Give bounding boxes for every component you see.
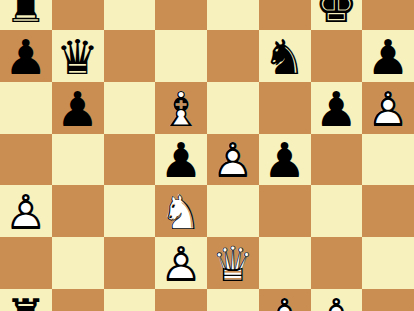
square-b7[interactable]: ♛ bbox=[52, 30, 104, 82]
black-queen-icon: ♛ bbox=[52, 31, 104, 83]
black-pawn-icon: ♟ bbox=[155, 135, 207, 187]
square-d7[interactable] bbox=[155, 30, 207, 82]
square-e4[interactable] bbox=[207, 185, 259, 237]
square-f8[interactable] bbox=[259, 0, 311, 30]
piece-black-pawn[interactable]: ♟ bbox=[52, 83, 104, 135]
square-e8[interactable] bbox=[207, 0, 259, 30]
piece-white-queen[interactable]: ♛♕ bbox=[207, 238, 259, 290]
square-f4[interactable] bbox=[259, 185, 311, 237]
white-pawn-outline-icon: ♙ bbox=[311, 290, 363, 311]
square-b4[interactable] bbox=[52, 185, 104, 237]
square-g5[interactable] bbox=[311, 134, 363, 186]
square-c2[interactable] bbox=[104, 289, 156, 311]
piece-white-knight[interactable]: ♞♘ bbox=[155, 186, 207, 238]
black-knight-icon: ♞ bbox=[259, 31, 311, 83]
square-g7[interactable] bbox=[311, 30, 363, 82]
square-b6[interactable]: ♟ bbox=[52, 82, 104, 134]
square-h2[interactable] bbox=[362, 289, 414, 311]
square-e3[interactable]: ♛♕ bbox=[207, 237, 259, 289]
piece-black-pawn[interactable]: ♟ bbox=[362, 31, 414, 83]
square-e5[interactable]: ♟♙ bbox=[207, 134, 259, 186]
square-g2[interactable]: ♟♙ bbox=[311, 289, 363, 311]
piece-black-knight[interactable]: ♞ bbox=[259, 31, 311, 83]
square-d5[interactable]: ♟ bbox=[155, 134, 207, 186]
square-f7[interactable]: ♞ bbox=[259, 30, 311, 82]
square-e7[interactable] bbox=[207, 30, 259, 82]
square-d2[interactable] bbox=[155, 289, 207, 311]
black-pawn-icon: ♟ bbox=[311, 83, 363, 135]
black-pawn-icon: ♟ bbox=[52, 83, 104, 135]
square-g6[interactable]: ♟ bbox=[311, 82, 363, 134]
piece-black-queen[interactable]: ♛ bbox=[52, 31, 104, 83]
square-h8[interactable] bbox=[362, 0, 414, 30]
piece-black-pawn[interactable]: ♟ bbox=[311, 83, 363, 135]
square-d3[interactable]: ♟♙ bbox=[155, 237, 207, 289]
square-a5[interactable] bbox=[0, 134, 52, 186]
square-h5[interactable] bbox=[362, 134, 414, 186]
square-c3[interactable] bbox=[104, 237, 156, 289]
piece-black-pawn[interactable]: ♟ bbox=[0, 31, 52, 83]
white-knight-outline-icon: ♘ bbox=[155, 186, 207, 238]
white-pawn-outline-icon: ♙ bbox=[0, 186, 52, 238]
square-f3[interactable] bbox=[259, 237, 311, 289]
black-rook-icon: ♜ bbox=[0, 0, 52, 31]
square-f6[interactable] bbox=[259, 82, 311, 134]
square-b3[interactable] bbox=[52, 237, 104, 289]
square-c5[interactable] bbox=[104, 134, 156, 186]
piece-white-pawn[interactable]: ♟♙ bbox=[259, 290, 311, 311]
piece-white-pawn[interactable]: ♟♙ bbox=[362, 83, 414, 135]
square-h6[interactable]: ♟♙ bbox=[362, 82, 414, 134]
white-pawn-outline-icon: ♙ bbox=[207, 135, 259, 187]
square-h7[interactable]: ♟ bbox=[362, 30, 414, 82]
piece-black-rook[interactable]: ♜ bbox=[0, 290, 52, 311]
piece-black-rook[interactable]: ♜ bbox=[0, 0, 52, 31]
square-c4[interactable] bbox=[104, 185, 156, 237]
white-queen-outline-icon: ♕ bbox=[207, 238, 259, 290]
square-c6[interactable] bbox=[104, 82, 156, 134]
square-e2[interactable] bbox=[207, 289, 259, 311]
piece-black-king[interactable]: ♚ bbox=[311, 0, 363, 31]
black-pawn-icon: ♟ bbox=[362, 31, 414, 83]
chessboard-screenshot-crop: ♜♚♟♛♞♟♟♝♗♟♟♙♟♟♙♟♟♙♞♘♟♙♛♕♜♟♙♟♙ bbox=[0, 0, 414, 311]
piece-white-pawn[interactable]: ♟♙ bbox=[311, 290, 363, 311]
white-pawn-outline-icon: ♙ bbox=[362, 83, 414, 135]
square-b5[interactable] bbox=[52, 134, 104, 186]
piece-black-pawn[interactable]: ♟ bbox=[259, 135, 311, 187]
square-a7[interactable]: ♟ bbox=[0, 30, 52, 82]
square-g8[interactable]: ♚ bbox=[311, 0, 363, 30]
square-h4[interactable] bbox=[362, 185, 414, 237]
square-a8[interactable]: ♜ bbox=[0, 0, 52, 30]
black-pawn-icon: ♟ bbox=[0, 31, 52, 83]
square-b8[interactable] bbox=[52, 0, 104, 30]
black-king-icon: ♚ bbox=[311, 0, 363, 31]
chess-board: ♜♚♟♛♞♟♟♝♗♟♟♙♟♟♙♟♟♙♞♘♟♙♛♕♜♟♙♟♙ bbox=[0, 0, 414, 311]
square-f2[interactable]: ♟♙ bbox=[259, 289, 311, 311]
piece-white-pawn[interactable]: ♟♙ bbox=[0, 186, 52, 238]
square-a6[interactable] bbox=[0, 82, 52, 134]
black-rook-icon: ♜ bbox=[0, 290, 52, 311]
piece-white-pawn[interactable]: ♟♙ bbox=[207, 135, 259, 187]
square-d4[interactable]: ♞♘ bbox=[155, 185, 207, 237]
square-a3[interactable] bbox=[0, 237, 52, 289]
square-g4[interactable] bbox=[311, 185, 363, 237]
black-pawn-icon: ♟ bbox=[259, 135, 311, 187]
square-h3[interactable] bbox=[362, 237, 414, 289]
square-b2[interactable] bbox=[52, 289, 104, 311]
piece-white-pawn[interactable]: ♟♙ bbox=[155, 238, 207, 290]
white-bishop-outline-icon: ♗ bbox=[155, 83, 207, 135]
square-a4[interactable]: ♟♙ bbox=[0, 185, 52, 237]
square-g3[interactable] bbox=[311, 237, 363, 289]
piece-black-pawn[interactable]: ♟ bbox=[155, 135, 207, 187]
square-f5[interactable]: ♟ bbox=[259, 134, 311, 186]
square-d6[interactable]: ♝♗ bbox=[155, 82, 207, 134]
white-pawn-outline-icon: ♙ bbox=[155, 238, 207, 290]
square-c8[interactable] bbox=[104, 0, 156, 30]
piece-white-bishop[interactable]: ♝♗ bbox=[155, 83, 207, 135]
white-pawn-outline-icon: ♙ bbox=[259, 290, 311, 311]
square-c7[interactable] bbox=[104, 30, 156, 82]
square-e6[interactable] bbox=[207, 82, 259, 134]
square-d8[interactable] bbox=[155, 0, 207, 30]
square-a2[interactable]: ♜ bbox=[0, 289, 52, 311]
